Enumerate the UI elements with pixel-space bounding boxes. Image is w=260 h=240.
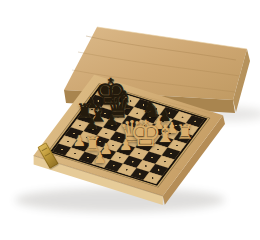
piece-white-king-f4[interactable]: ♚: [129, 116, 161, 152]
piece-white-rook-h6[interactable]: ♜: [176, 121, 194, 141]
piece-white-pawn-d1[interactable]: ♟: [93, 150, 106, 165]
piece-black-pawn-b4[interactable]: ♟: [85, 117, 98, 132]
piece-black-pawn-c5[interactable]: ♟: [105, 113, 118, 128]
product-photo-scene: ♚♝♟♞♛♜♟♝♟♟♟♟♟♜♝♛♚♟♜♟♟♟: [0, 0, 260, 240]
piece-white-pawn-e3[interactable]: ♟: [119, 138, 132, 153]
